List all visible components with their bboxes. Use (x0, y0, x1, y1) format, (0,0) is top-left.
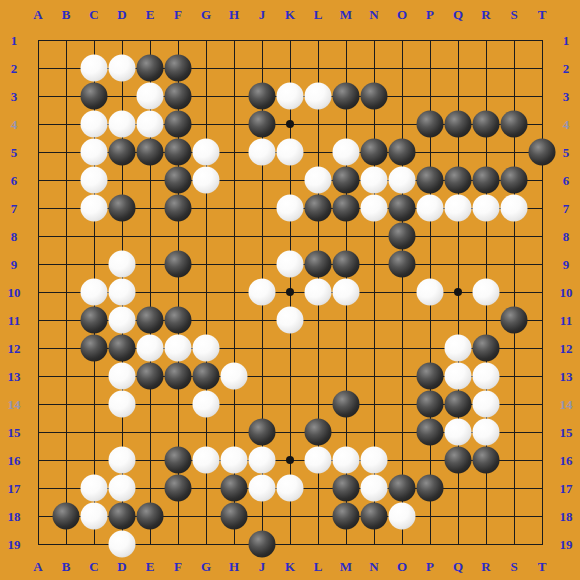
row-label-left: 6 (11, 174, 18, 187)
black-stone[interactable] (361, 139, 388, 166)
white-stone[interactable] (277, 251, 304, 278)
white-stone[interactable] (109, 55, 136, 82)
white-stone[interactable] (445, 419, 472, 446)
row-label-right: 16 (560, 454, 573, 467)
black-stone[interactable] (81, 83, 108, 110)
white-stone[interactable] (445, 335, 472, 362)
black-stone[interactable] (389, 251, 416, 278)
black-stone[interactable] (417, 363, 444, 390)
white-stone[interactable] (109, 447, 136, 474)
col-label-bottom: D (117, 560, 126, 573)
white-stone[interactable] (361, 447, 388, 474)
white-stone[interactable] (249, 139, 276, 166)
col-label-top: E (146, 8, 155, 21)
black-stone[interactable] (165, 363, 192, 390)
row-label-left: 7 (11, 202, 18, 215)
col-label-top: F (174, 8, 182, 21)
row-label-right: 7 (563, 202, 570, 215)
col-label-bottom: R (481, 560, 490, 573)
row-label-right: 15 (560, 426, 573, 439)
black-stone[interactable] (109, 139, 136, 166)
black-stone[interactable] (473, 335, 500, 362)
black-stone[interactable] (165, 55, 192, 82)
black-stone[interactable] (389, 223, 416, 250)
row-label-left: 11 (8, 314, 20, 327)
white-stone[interactable] (109, 307, 136, 334)
white-stone[interactable] (277, 139, 304, 166)
white-stone[interactable] (277, 307, 304, 334)
col-label-top: S (510, 8, 517, 21)
black-stone[interactable] (165, 447, 192, 474)
col-label-bottom: E (146, 560, 155, 573)
row-label-left: 9 (11, 258, 18, 271)
black-stone[interactable] (333, 167, 360, 194)
white-stone[interactable] (305, 279, 332, 306)
white-stone[interactable] (137, 111, 164, 138)
white-stone[interactable] (81, 475, 108, 502)
row-label-right: 19 (560, 538, 573, 551)
black-stone[interactable] (305, 251, 332, 278)
row-label-left: 17 (8, 482, 21, 495)
white-stone[interactable] (109, 279, 136, 306)
black-stone[interactable] (361, 503, 388, 530)
white-stone[interactable] (333, 139, 360, 166)
col-label-top: B (62, 8, 71, 21)
row-label-right: 18 (560, 510, 573, 523)
white-stone[interactable] (277, 83, 304, 110)
row-label-right: 17 (560, 482, 573, 495)
black-stone[interactable] (333, 83, 360, 110)
white-stone[interactable] (221, 363, 248, 390)
white-stone[interactable] (389, 167, 416, 194)
white-stone[interactable] (333, 447, 360, 474)
white-stone[interactable] (305, 447, 332, 474)
black-stone[interactable] (417, 391, 444, 418)
white-stone[interactable] (361, 167, 388, 194)
hoshi-point (286, 120, 294, 128)
white-stone[interactable] (81, 167, 108, 194)
black-stone[interactable] (165, 167, 192, 194)
white-stone[interactable] (81, 111, 108, 138)
white-stone[interactable] (109, 251, 136, 278)
white-stone[interactable] (445, 363, 472, 390)
col-label-bottom: A (33, 560, 42, 573)
white-stone[interactable] (193, 139, 220, 166)
col-label-top: O (397, 8, 407, 21)
black-stone[interactable] (165, 251, 192, 278)
col-label-bottom: N (369, 560, 378, 573)
black-stone[interactable] (389, 195, 416, 222)
white-stone[interactable] (193, 167, 220, 194)
col-label-top: L (314, 8, 323, 21)
white-stone[interactable] (473, 195, 500, 222)
row-label-left: 16 (8, 454, 21, 467)
col-label-top: D (117, 8, 126, 21)
white-stone[interactable] (109, 391, 136, 418)
row-label-right: 14 (560, 398, 573, 411)
black-stone[interactable] (417, 475, 444, 502)
black-stone[interactable] (473, 167, 500, 194)
row-label-right: 4 (563, 118, 570, 131)
white-stone[interactable] (109, 531, 136, 558)
col-label-bottom: M (340, 560, 352, 573)
hoshi-point (286, 288, 294, 296)
black-stone[interactable] (333, 251, 360, 278)
black-stone[interactable] (81, 335, 108, 362)
row-label-left: 13 (8, 370, 21, 383)
white-stone[interactable] (305, 167, 332, 194)
black-stone[interactable] (137, 503, 164, 530)
white-stone[interactable] (473, 391, 500, 418)
black-stone[interactable] (305, 195, 332, 222)
white-stone[interactable] (333, 279, 360, 306)
black-stone[interactable] (109, 503, 136, 530)
black-stone[interactable] (445, 111, 472, 138)
black-stone[interactable] (137, 55, 164, 82)
row-label-left: 14 (8, 398, 21, 411)
white-stone[interactable] (501, 195, 528, 222)
black-stone[interactable] (445, 447, 472, 474)
col-label-top: P (426, 8, 434, 21)
white-stone[interactable] (193, 335, 220, 362)
white-stone[interactable] (473, 279, 500, 306)
col-label-bottom: S (510, 560, 517, 573)
black-stone[interactable] (165, 111, 192, 138)
black-stone[interactable] (165, 195, 192, 222)
col-label-top: K (285, 8, 295, 21)
row-label-right: 8 (563, 230, 570, 243)
black-stone[interactable] (473, 447, 500, 474)
hoshi-point (286, 456, 294, 464)
row-label-right: 1 (563, 34, 570, 47)
hoshi-point (454, 288, 462, 296)
row-label-right: 9 (563, 258, 570, 271)
white-stone[interactable] (137, 335, 164, 362)
col-label-top: M (340, 8, 352, 21)
col-label-top: A (33, 8, 42, 21)
white-stone[interactable] (389, 503, 416, 530)
col-label-bottom: O (397, 560, 407, 573)
row-label-left: 3 (11, 90, 18, 103)
black-stone[interactable] (137, 139, 164, 166)
black-stone[interactable] (249, 83, 276, 110)
row-label-left: 18 (8, 510, 21, 523)
row-label-right: 11 (560, 314, 572, 327)
white-stone[interactable] (81, 139, 108, 166)
black-stone[interactable] (109, 335, 136, 362)
black-stone[interactable] (137, 363, 164, 390)
black-stone[interactable] (501, 167, 528, 194)
black-stone[interactable] (109, 195, 136, 222)
col-label-top: N (369, 8, 378, 21)
black-stone[interactable] (529, 139, 556, 166)
row-label-left: 2 (11, 62, 18, 75)
col-label-bottom: P (426, 560, 434, 573)
black-stone[interactable] (417, 111, 444, 138)
white-stone[interactable] (249, 475, 276, 502)
row-label-left: 19 (8, 538, 21, 551)
black-stone[interactable] (221, 503, 248, 530)
black-stone[interactable] (417, 167, 444, 194)
col-label-bottom: C (89, 560, 98, 573)
col-label-top: J (259, 8, 266, 21)
white-stone[interactable] (361, 475, 388, 502)
white-stone[interactable] (165, 335, 192, 362)
black-stone[interactable] (333, 391, 360, 418)
row-label-right: 2 (563, 62, 570, 75)
row-label-left: 10 (8, 286, 21, 299)
black-stone[interactable] (165, 139, 192, 166)
black-stone[interactable] (445, 167, 472, 194)
go-board[interactable]: AABBCCDDEEFFGGHHJJKKLLMMNNOOPPQQRRSSTT11… (0, 0, 580, 580)
col-label-bottom: H (229, 560, 239, 573)
black-stone[interactable] (305, 419, 332, 446)
black-stone[interactable] (249, 111, 276, 138)
white-stone[interactable] (417, 279, 444, 306)
black-stone[interactable] (81, 307, 108, 334)
black-stone[interactable] (221, 475, 248, 502)
white-stone[interactable] (305, 83, 332, 110)
black-stone[interactable] (165, 307, 192, 334)
black-stone[interactable] (137, 307, 164, 334)
black-stone[interactable] (53, 503, 80, 530)
col-label-top: H (229, 8, 239, 21)
grid-line-vertical (402, 40, 403, 545)
white-stone[interactable] (361, 195, 388, 222)
col-label-bottom: F (174, 560, 182, 573)
black-stone[interactable] (249, 419, 276, 446)
white-stone[interactable] (109, 111, 136, 138)
row-label-right: 12 (560, 342, 573, 355)
white-stone[interactable] (221, 447, 248, 474)
white-stone[interactable] (137, 83, 164, 110)
white-stone[interactable] (473, 419, 500, 446)
black-stone[interactable] (165, 83, 192, 110)
white-stone[interactable] (193, 447, 220, 474)
col-label-top: Q (453, 8, 463, 21)
row-label-right: 10 (560, 286, 573, 299)
black-stone[interactable] (361, 83, 388, 110)
row-label-right: 6 (563, 174, 570, 187)
white-stone[interactable] (81, 503, 108, 530)
col-label-bottom: G (201, 560, 211, 573)
black-stone[interactable] (389, 139, 416, 166)
row-label-right: 3 (563, 90, 570, 103)
row-label-left: 15 (8, 426, 21, 439)
col-label-bottom: K (285, 560, 295, 573)
col-label-bottom: Q (453, 560, 463, 573)
col-label-bottom: T (538, 560, 547, 573)
white-stone[interactable] (249, 279, 276, 306)
black-stone[interactable] (501, 111, 528, 138)
white-stone[interactable] (81, 55, 108, 82)
white-stone[interactable] (249, 447, 276, 474)
row-label-left: 1 (11, 34, 18, 47)
white-stone[interactable] (277, 195, 304, 222)
white-stone[interactable] (473, 363, 500, 390)
grid-line-vertical (542, 40, 543, 545)
black-stone[interactable] (333, 195, 360, 222)
black-stone[interactable] (389, 475, 416, 502)
black-stone[interactable] (445, 391, 472, 418)
black-stone[interactable] (249, 531, 276, 558)
row-label-right: 13 (560, 370, 573, 383)
row-label-left: 12 (8, 342, 21, 355)
white-stone[interactable] (109, 363, 136, 390)
col-label-bottom: B (62, 560, 71, 573)
white-stone[interactable] (277, 475, 304, 502)
black-stone[interactable] (333, 503, 360, 530)
row-label-right: 5 (563, 146, 570, 159)
black-stone[interactable] (333, 475, 360, 502)
row-label-left: 8 (11, 230, 18, 243)
white-stone[interactable] (445, 195, 472, 222)
black-stone[interactable] (473, 111, 500, 138)
white-stone[interactable] (193, 391, 220, 418)
white-stone[interactable] (109, 475, 136, 502)
black-stone[interactable] (501, 307, 528, 334)
row-label-left: 5 (11, 146, 18, 159)
white-stone[interactable] (417, 195, 444, 222)
col-label-bottom: J (259, 560, 266, 573)
black-stone[interactable] (193, 363, 220, 390)
black-stone[interactable] (417, 419, 444, 446)
col-label-bottom: L (314, 560, 323, 573)
col-label-top: C (89, 8, 98, 21)
col-label-top: G (201, 8, 211, 21)
row-label-left: 4 (11, 118, 18, 131)
white-stone[interactable] (81, 279, 108, 306)
black-stone[interactable] (165, 475, 192, 502)
col-label-top: R (481, 8, 490, 21)
white-stone[interactable] (81, 195, 108, 222)
col-label-top: T (538, 8, 547, 21)
